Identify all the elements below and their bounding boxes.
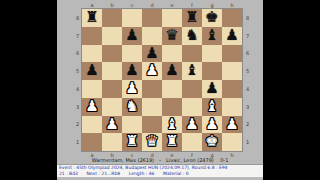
square-b2[interactable]: ♟ [102,116,122,134]
square-c5[interactable]: ♟ [122,62,142,80]
square-g8[interactable]: ♚ [202,9,222,27]
square-d1[interactable]: ♛ [142,133,162,151]
piece-white-pawn[interactable]: ♟ [205,116,218,134]
square-c4[interactable]: ♟ [122,80,142,98]
square-f5[interactable]: ♝ [182,62,202,80]
square-h2[interactable]: ♟ [222,116,242,134]
square-b7[interactable] [102,27,122,45]
rank-label-4: 4 [244,80,251,98]
square-a1[interactable] [82,133,102,151]
piece-black-pawn[interactable]: ♟ [85,62,98,80]
square-b8[interactable] [102,9,122,27]
rank-label-2: 2 [244,116,251,134]
square-g3[interactable]: ♝ [202,98,222,116]
piece-white-pawn[interactable]: ♟ [145,62,158,80]
rank-label-3: 3 [244,98,251,116]
square-c3[interactable]: ♞ [122,98,142,116]
file-label-c: c [122,1,142,9]
square-b6[interactable] [102,45,122,63]
square-h1[interactable] [222,133,242,151]
piece-black-pawn[interactable]: ♟ [145,45,158,63]
rank-label-1: 1 [74,133,81,151]
piece-black-knight[interactable]: ♞ [185,27,198,45]
square-f7[interactable]: ♞ [182,27,202,45]
square-d5[interactable]: ♟ [142,62,162,80]
square-g2[interactable]: ♟ [202,116,222,134]
piece-black-pawn[interactable]: ♟ [125,62,138,80]
rank-label-2: 2 [74,116,81,134]
piece-white-rook[interactable]: ♜ [125,133,138,151]
square-g4[interactable]: ♟ [202,80,222,98]
rank-labels-right: 87654321 [244,9,251,151]
square-c1[interactable]: ♜ [122,133,142,151]
piece-white-pawn[interactable]: ♟ [125,80,138,98]
square-a5[interactable]: ♟ [82,62,102,80]
rank-label-7: 7 [244,27,251,45]
square-a8[interactable]: ♜ [82,9,102,27]
rank-labels-left: 87654321 [74,9,81,151]
square-c2[interactable] [122,116,142,134]
square-f4[interactable] [182,80,202,98]
piece-white-king[interactable]: ♚ [205,133,218,151]
square-d6[interactable]: ♟ [142,45,162,63]
rank-label-1: 1 [244,133,251,151]
square-h8[interactable] [222,9,242,27]
square-a6[interactable] [82,45,102,63]
rank-label-6: 6 [244,45,251,63]
square-f3[interactable] [182,98,202,116]
rank-label-4: 4 [74,80,81,98]
piece-white-rook[interactable]: ♜ [165,133,178,151]
square-e5[interactable]: ♟ [162,62,182,80]
piece-white-pawn[interactable]: ♟ [185,116,198,134]
square-g1[interactable]: ♚ [202,133,222,151]
square-e6[interactable] [162,45,182,63]
rank-label-3: 3 [74,98,81,116]
square-d2[interactable] [142,116,162,134]
square-e1[interactable]: ♜ [162,133,182,151]
square-c8[interactable] [122,9,142,27]
square-d3[interactable] [142,98,162,116]
square-c6[interactable] [122,45,142,63]
square-d8[interactable] [142,9,162,27]
square-a4[interactable] [82,80,102,98]
square-c7[interactable]: ♟ [122,27,142,45]
piece-white-pawn[interactable]: ♟ [85,98,98,116]
piece-white-pawn[interactable]: ♟ [105,116,118,134]
square-h4[interactable] [222,80,242,98]
file-label-e: e [162,1,182,9]
move-info-line: 21 : Bd3 Next : 21...Rb8 Length : 46 Mat… [57,171,263,177]
piece-black-pawn[interactable]: ♟ [205,80,218,98]
rank-label-8: 8 [244,9,251,27]
rank-label-7: 7 [74,27,81,45]
square-d4[interactable] [142,80,162,98]
square-e2[interactable]: ♝ [162,116,182,134]
square-g6[interactable] [202,45,222,63]
piece-black-bishop[interactable]: ♝ [185,62,198,80]
square-f6[interactable] [182,45,202,63]
square-h5[interactable] [222,62,242,80]
square-g7[interactable]: ♝ [202,27,222,45]
square-h7[interactable]: ♟ [222,27,242,45]
video-frame: abcdefgh 87654321 ♜♜♚♟♛♞♝♟♟♟♟♟♟♝♟♟♟♞♝♟♝♟… [0,0,320,180]
square-f2[interactable]: ♟ [182,116,202,134]
piece-black-king[interactable]: ♚ [205,9,218,27]
game-info-box: Event : 45th Olympiad 2024, Budapest HUN… [57,164,263,177]
square-b5[interactable] [102,62,122,80]
rank-label-5: 5 [74,62,81,80]
piece-white-bishop[interactable]: ♝ [205,98,218,116]
square-h6[interactable] [222,45,242,63]
piece-white-pawn[interactable]: ♟ [225,116,238,134]
square-b1[interactable] [102,133,122,151]
chess-viewer-panel: abcdefgh 87654321 ♜♜♚♟♛♞♝♟♟♟♟♟♟♝♟♟♟♞♝♟♝♟… [57,0,263,180]
square-b3[interactable] [102,98,122,116]
piece-black-pawn[interactable]: ♟ [225,27,238,45]
file-label-b: b [102,1,122,9]
piece-black-pawn[interactable]: ♟ [165,62,178,80]
square-f1[interactable] [182,133,202,151]
square-e4[interactable] [162,80,182,98]
square-a3[interactable]: ♟ [82,98,102,116]
square-e7[interactable]: ♛ [162,27,182,45]
square-h3[interactable] [222,98,242,116]
file-label-d: d [142,1,162,9]
square-a7[interactable] [82,27,102,45]
file-label-h: h [222,1,242,9]
piece-black-rook[interactable]: ♜ [185,9,198,27]
rank-label-5: 5 [244,62,251,80]
piece-white-queen[interactable]: ♛ [145,133,158,151]
piece-black-queen[interactable]: ♛ [165,27,178,45]
piece-white-bishop[interactable]: ♝ [165,116,178,134]
square-f8[interactable]: ♜ [182,9,202,27]
square-e8[interactable] [162,9,182,27]
players-result-line: Warmerdam, Max (2619) – Livaic, Leon (24… [57,157,263,164]
piece-black-pawn[interactable]: ♟ [125,27,138,45]
piece-black-rook[interactable]: ♜ [85,9,98,27]
square-b4[interactable] [102,80,122,98]
rank-label-6: 6 [74,45,81,63]
square-g5[interactable] [202,62,222,80]
piece-white-knight[interactable]: ♞ [125,98,138,116]
square-a2[interactable] [82,116,102,134]
chess-board: ♜♜♚♟♛♞♝♟♟♟♟♟♟♝♟♟♟♞♝♟♝♟♟♟♜♛♜♚ [82,9,242,151]
square-e3[interactable] [162,98,182,116]
square-d7[interactable] [142,27,162,45]
rank-label-8: 8 [74,9,81,27]
piece-black-bishop[interactable]: ♝ [205,27,218,45]
